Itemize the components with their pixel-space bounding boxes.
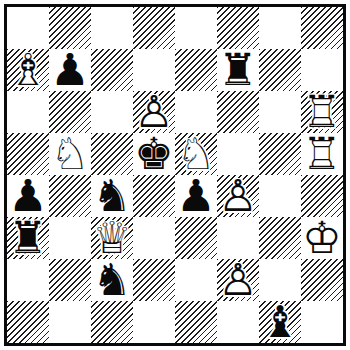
square-c7[interactable] [91, 49, 133, 91]
square-d2[interactable] [133, 259, 175, 301]
square-f6[interactable] [217, 91, 259, 133]
white-rook-piece: ♖ [301, 133, 343, 175]
white-pawn-halo: ♟ [217, 259, 259, 301]
square-c2[interactable]: ♞♞ [91, 259, 133, 301]
white-bishop-halo: ♝ [7, 49, 49, 91]
square-c5[interactable] [91, 133, 133, 175]
white-knight-piece: ♘ [49, 133, 91, 175]
square-g2[interactable] [259, 259, 301, 301]
black-pawn-halo: ♟ [7, 175, 49, 217]
square-a7[interactable]: ♝♗ [7, 49, 49, 91]
black-knight-halo: ♞ [91, 259, 133, 301]
square-d8[interactable] [133, 7, 175, 49]
square-h1[interactable] [301, 301, 343, 343]
white-knight-piece: ♘ [175, 133, 217, 175]
square-c8[interactable] [91, 7, 133, 49]
square-a4[interactable]: ♟♟ [7, 175, 49, 217]
square-c6[interactable] [91, 91, 133, 133]
white-knight-halo: ♞ [175, 133, 217, 175]
black-knight-piece: ♞ [91, 259, 133, 301]
square-a8[interactable] [7, 7, 49, 49]
black-knight-piece: ♞ [91, 175, 133, 217]
board-frame: ♝♗♟♟♜♜♟♙♜♖♞♘♚♚♞♘♜♖♟♟♞♞♟♟♟♙♜♜♛♕♚♔♞♞♟♙♝♝ [4, 4, 346, 346]
square-e6[interactable] [175, 91, 217, 133]
square-e8[interactable] [175, 7, 217, 49]
chess-board: ♝♗♟♟♜♜♟♙♜♖♞♘♚♚♞♘♜♖♟♟♞♞♟♟♟♙♜♜♛♕♚♔♞♞♟♙♝♝ [7, 7, 343, 343]
square-f2[interactable]: ♟♙ [217, 259, 259, 301]
square-h4[interactable] [301, 175, 343, 217]
white-king-piece: ♔ [301, 217, 343, 259]
square-e2[interactable] [175, 259, 217, 301]
black-pawn-halo: ♟ [49, 49, 91, 91]
square-e1[interactable] [175, 301, 217, 343]
white-bishop-piece: ♗ [7, 49, 49, 91]
square-h5[interactable]: ♜♖ [301, 133, 343, 175]
white-pawn-halo: ♟ [217, 175, 259, 217]
square-a1[interactable] [7, 301, 49, 343]
square-d3[interactable] [133, 217, 175, 259]
square-g8[interactable] [259, 7, 301, 49]
chess-diagram-page: ♝♗♟♟♜♜♟♙♜♖♞♘♚♚♞♘♜♖♟♟♞♞♟♟♟♙♜♜♛♕♚♔♞♞♟♙♝♝ [0, 0, 350, 350]
square-b3[interactable] [49, 217, 91, 259]
white-rook-halo: ♜ [301, 133, 343, 175]
black-pawn-piece: ♟ [175, 175, 217, 217]
black-king-halo: ♚ [133, 133, 175, 175]
square-g3[interactable] [259, 217, 301, 259]
square-h8[interactable] [301, 7, 343, 49]
square-f3[interactable] [217, 217, 259, 259]
white-queen-halo: ♛ [91, 217, 133, 259]
square-h3[interactable]: ♚♔ [301, 217, 343, 259]
square-b5[interactable]: ♞♘ [49, 133, 91, 175]
square-b7[interactable]: ♟♟ [49, 49, 91, 91]
white-pawn-halo: ♟ [133, 91, 175, 133]
square-g1[interactable]: ♝♝ [259, 301, 301, 343]
square-f4[interactable]: ♟♙ [217, 175, 259, 217]
square-d1[interactable] [133, 301, 175, 343]
white-knight-halo: ♞ [49, 133, 91, 175]
white-queen-piece: ♕ [91, 217, 133, 259]
square-h2[interactable] [301, 259, 343, 301]
black-bishop-piece: ♝ [259, 301, 301, 343]
square-g7[interactable] [259, 49, 301, 91]
square-c3[interactable]: ♛♕ [91, 217, 133, 259]
white-pawn-piece: ♙ [217, 259, 259, 301]
square-a6[interactable] [7, 91, 49, 133]
square-f5[interactable] [217, 133, 259, 175]
square-b2[interactable] [49, 259, 91, 301]
square-f7[interactable]: ♜♜ [217, 49, 259, 91]
white-rook-piece: ♖ [301, 91, 343, 133]
square-d5[interactable]: ♚♚ [133, 133, 175, 175]
square-b1[interactable] [49, 301, 91, 343]
square-d4[interactable] [133, 175, 175, 217]
square-d7[interactable] [133, 49, 175, 91]
square-b6[interactable] [49, 91, 91, 133]
black-king-piece: ♚ [133, 133, 175, 175]
square-c4[interactable]: ♞♞ [91, 175, 133, 217]
square-e3[interactable] [175, 217, 217, 259]
square-h6[interactable]: ♜♖ [301, 91, 343, 133]
black-rook-halo: ♜ [7, 217, 49, 259]
square-g6[interactable] [259, 91, 301, 133]
square-g4[interactable] [259, 175, 301, 217]
white-pawn-piece: ♙ [217, 175, 259, 217]
square-a3[interactable]: ♜♜ [7, 217, 49, 259]
square-c1[interactable] [91, 301, 133, 343]
square-g5[interactable] [259, 133, 301, 175]
white-pawn-piece: ♙ [133, 91, 175, 133]
black-pawn-piece: ♟ [7, 175, 49, 217]
black-knight-halo: ♞ [91, 175, 133, 217]
square-a5[interactable] [7, 133, 49, 175]
square-e5[interactable]: ♞♘ [175, 133, 217, 175]
black-rook-halo: ♜ [217, 49, 259, 91]
square-h7[interactable] [301, 49, 343, 91]
white-rook-halo: ♜ [301, 91, 343, 133]
square-b8[interactable] [49, 7, 91, 49]
black-pawn-piece: ♟ [49, 49, 91, 91]
black-pawn-halo: ♟ [175, 175, 217, 217]
white-king-halo: ♚ [301, 217, 343, 259]
square-a2[interactable] [7, 259, 49, 301]
square-f8[interactable] [217, 7, 259, 49]
black-bishop-halo: ♝ [259, 301, 301, 343]
square-d6[interactable]: ♟♙ [133, 91, 175, 133]
square-b4[interactable] [49, 175, 91, 217]
square-e4[interactable]: ♟♟ [175, 175, 217, 217]
square-e7[interactable] [175, 49, 217, 91]
square-f1[interactable] [217, 301, 259, 343]
black-rook-piece: ♜ [7, 217, 49, 259]
black-rook-piece: ♜ [217, 49, 259, 91]
